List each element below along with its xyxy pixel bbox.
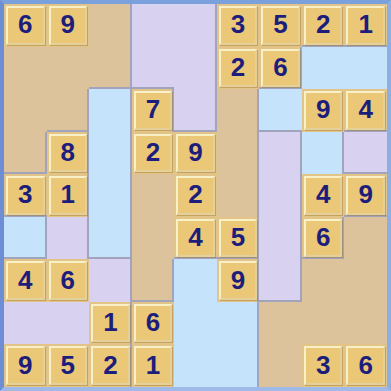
- given-tile-r6c1[interactable]: 6: [49, 261, 88, 300]
- cell-r1c6[interactable]: 6: [259, 47, 302, 90]
- tile-digit: 9: [188, 139, 202, 165]
- given-tile-r2c3[interactable]: 7: [134, 91, 173, 130]
- cell-r6c0[interactable]: 4: [4, 259, 47, 302]
- given-tile-r8c1[interactable]: 5: [49, 346, 88, 385]
- cell-r8c3[interactable]: 1: [132, 344, 175, 387]
- cell-r8c8[interactable]: 6: [344, 344, 387, 387]
- tile-digit: 6: [18, 11, 32, 37]
- cell-r8c5[interactable]: [217, 344, 260, 387]
- cell-r5c7[interactable]: 6: [302, 217, 345, 260]
- cell-r3c1[interactable]: 8: [47, 132, 90, 175]
- cell-r6c8[interactable]: [344, 259, 387, 302]
- cell-r1c8[interactable]: [344, 47, 387, 90]
- given-tile-r4c7[interactable]: 4: [304, 176, 343, 215]
- tile-digit: 4: [358, 96, 372, 122]
- cell-r2c8[interactable]: 4: [344, 89, 387, 132]
- tile-digit: 2: [231, 54, 245, 80]
- given-tile-r7c2[interactable]: 1: [91, 304, 130, 343]
- tile-digit: 4: [18, 267, 32, 293]
- cell-r4c8[interactable]: 9: [344, 174, 387, 217]
- cell-r6c3[interactable]: [132, 259, 175, 302]
- cell-r4c0[interactable]: 3: [4, 174, 47, 217]
- cell-r5c2[interactable]: [89, 217, 132, 260]
- cell-r5c6[interactable]: [259, 217, 302, 260]
- cell-r4c6[interactable]: [259, 174, 302, 217]
- cell-r6c2[interactable]: [89, 259, 132, 302]
- tile-digit: 3: [316, 352, 330, 378]
- given-tile-r6c5[interactable]: 9: [219, 261, 258, 300]
- cell-r6c4[interactable]: [174, 259, 217, 302]
- cell-r1c3[interactable]: [132, 47, 175, 90]
- tile-digit: 3: [231, 11, 245, 37]
- cell-r2c6[interactable]: [259, 89, 302, 132]
- tile-digit: 4: [316, 181, 330, 207]
- tile-digit: 5: [273, 11, 287, 37]
- cell-r6c6[interactable]: [259, 259, 302, 302]
- cell-r7c5[interactable]: [217, 302, 260, 345]
- given-tile-r5c4[interactable]: 4: [176, 219, 215, 258]
- cell-r7c3[interactable]: 6: [132, 302, 175, 345]
- sudoku-grid: 693521267948293124945646916952136: [4, 4, 387, 387]
- given-tile-r0c0[interactable]: 6: [6, 6, 45, 45]
- cell-r3c5[interactable]: [217, 132, 260, 175]
- cell-r7c2[interactable]: 1: [89, 302, 132, 345]
- given-tile-r4c0[interactable]: 3: [6, 176, 45, 215]
- tile-digit: 9: [358, 181, 372, 207]
- cell-r6c5[interactable]: 9: [217, 259, 260, 302]
- tile-digit: 8: [61, 139, 75, 165]
- tile-digit: 1: [61, 181, 75, 207]
- cell-r0c7[interactable]: 2: [302, 4, 345, 47]
- given-tile-r1c6[interactable]: 6: [261, 49, 300, 88]
- cell-r4c1[interactable]: 1: [47, 174, 90, 217]
- cell-r1c4[interactable]: [174, 47, 217, 90]
- given-tile-r6c0[interactable]: 4: [6, 261, 45, 300]
- given-tile-r3c4[interactable]: 9: [176, 134, 215, 173]
- tile-digit: 2: [103, 352, 117, 378]
- cell-r2c0[interactable]: [4, 89, 47, 132]
- cell-r4c3[interactable]: [132, 174, 175, 217]
- cell-r2c4[interactable]: [174, 89, 217, 132]
- cell-r7c1[interactable]: [47, 302, 90, 345]
- given-tile-r7c3[interactable]: 6: [134, 304, 173, 343]
- cell-r0c5[interactable]: 3: [217, 4, 260, 47]
- given-tile-r8c0[interactable]: 9: [6, 346, 45, 385]
- cell-r8c2[interactable]: 2: [89, 344, 132, 387]
- cell-r0c8[interactable]: 1: [344, 4, 387, 47]
- cell-r2c3[interactable]: 7: [132, 89, 175, 132]
- tile-digit: 5: [61, 352, 75, 378]
- cell-r3c4[interactable]: 9: [174, 132, 217, 175]
- cell-r0c3[interactable]: [132, 4, 175, 47]
- cell-r3c0[interactable]: [4, 132, 47, 175]
- cell-r7c7[interactable]: [302, 302, 345, 345]
- cell-r8c1[interactable]: 5: [47, 344, 90, 387]
- tile-digit: 7: [146, 96, 160, 122]
- tile-digit: 5: [231, 224, 245, 250]
- cell-r2c2[interactable]: [89, 89, 132, 132]
- given-tile-r2c7[interactable]: 9: [304, 91, 343, 130]
- tile-digit: 6: [273, 54, 287, 80]
- cell-r0c1[interactable]: 9: [47, 4, 90, 47]
- cell-r3c3[interactable]: 2: [132, 132, 175, 175]
- given-tile-r0c6[interactable]: 5: [261, 6, 300, 45]
- cell-r7c4[interactable]: [174, 302, 217, 345]
- tile-digit: 6: [358, 352, 372, 378]
- cell-r1c5[interactable]: 2: [217, 47, 260, 90]
- given-tile-r0c7[interactable]: 2: [304, 6, 343, 45]
- cell-r1c1[interactable]: [47, 47, 90, 90]
- cell-r7c6[interactable]: [259, 302, 302, 345]
- cell-r5c0[interactable]: [4, 217, 47, 260]
- cell-r5c5[interactable]: 5: [217, 217, 260, 260]
- tile-digit: 9: [316, 96, 330, 122]
- cell-r3c2[interactable]: [89, 132, 132, 175]
- given-tile-r0c5[interactable]: 3: [219, 6, 258, 45]
- given-tile-r0c8[interactable]: 1: [346, 6, 385, 45]
- cell-r2c7[interactable]: 9: [302, 89, 345, 132]
- cell-r5c4[interactable]: 4: [174, 217, 217, 260]
- cell-r6c1[interactable]: 6: [47, 259, 90, 302]
- cell-r1c0[interactable]: [4, 47, 47, 90]
- cell-r3c8[interactable]: [344, 132, 387, 175]
- cell-r6c7[interactable]: [302, 259, 345, 302]
- given-tile-r2c8[interactable]: 4: [346, 91, 385, 130]
- cell-r7c8[interactable]: [344, 302, 387, 345]
- given-tile-r4c8[interactable]: 9: [346, 176, 385, 215]
- cell-r8c4[interactable]: [174, 344, 217, 387]
- tile-digit: 1: [358, 11, 372, 37]
- cell-r4c5[interactable]: [217, 174, 260, 217]
- cell-r3c6[interactable]: [259, 132, 302, 175]
- tile-digit: 2: [146, 139, 160, 165]
- tile-digit: 3: [18, 181, 32, 207]
- tile-digit: 2: [316, 11, 330, 37]
- cell-r0c2[interactable]: [89, 4, 132, 47]
- cell-r8c7[interactable]: 3: [302, 344, 345, 387]
- given-tile-r8c3[interactable]: 1: [134, 346, 173, 385]
- cell-r5c1[interactable]: [47, 217, 90, 260]
- tile-digit: 9: [61, 11, 75, 37]
- cell-r5c8[interactable]: [344, 217, 387, 260]
- tile-digit: 6: [146, 309, 160, 335]
- given-tile-r0c1[interactable]: 9: [49, 6, 88, 45]
- tile-digit: 6: [61, 267, 75, 293]
- tile-digit: 9: [231, 267, 245, 293]
- given-tile-r8c2[interactable]: 2: [91, 346, 130, 385]
- sudoku-board: 693521267948293124945646916952136: [0, 0, 391, 391]
- tile-digit: 1: [146, 352, 160, 378]
- tile-digit: 2: [188, 181, 202, 207]
- tile-digit: 1: [103, 309, 117, 335]
- cell-r1c2[interactable]: [89, 47, 132, 90]
- given-tile-r5c7[interactable]: 6: [304, 219, 343, 258]
- given-tile-r3c1[interactable]: 8: [49, 134, 88, 173]
- cell-r0c4[interactable]: [174, 4, 217, 47]
- tile-digit: 6: [316, 224, 330, 250]
- cell-r2c5[interactable]: [217, 89, 260, 132]
- given-tile-r1c5[interactable]: 2: [219, 49, 258, 88]
- tile-digit: 4: [188, 224, 202, 250]
- cell-r7c0[interactable]: [4, 302, 47, 345]
- cell-r4c4[interactable]: 2: [174, 174, 217, 217]
- given-tile-r8c7[interactable]: 3: [304, 346, 343, 385]
- cell-r0c6[interactable]: 5: [259, 4, 302, 47]
- cell-r8c0[interactable]: 9: [4, 344, 47, 387]
- cell-r0c0[interactable]: 6: [4, 4, 47, 47]
- given-tile-r3c3[interactable]: 2: [134, 134, 173, 173]
- given-tile-r8c8[interactable]: 6: [346, 346, 385, 385]
- cell-r1c7[interactable]: [302, 47, 345, 90]
- tile-digit: 9: [18, 352, 32, 378]
- given-tile-r4c1[interactable]: 1: [49, 176, 88, 215]
- given-tile-r5c5[interactable]: 5: [219, 219, 258, 258]
- cell-r4c2[interactable]: [89, 174, 132, 217]
- cell-r8c6[interactable]: [259, 344, 302, 387]
- cell-r2c1[interactable]: [47, 89, 90, 132]
- cell-r3c7[interactable]: [302, 132, 345, 175]
- cell-r5c3[interactable]: [132, 217, 175, 260]
- cell-r4c7[interactable]: 4: [302, 174, 345, 217]
- given-tile-r4c4[interactable]: 2: [176, 176, 215, 215]
